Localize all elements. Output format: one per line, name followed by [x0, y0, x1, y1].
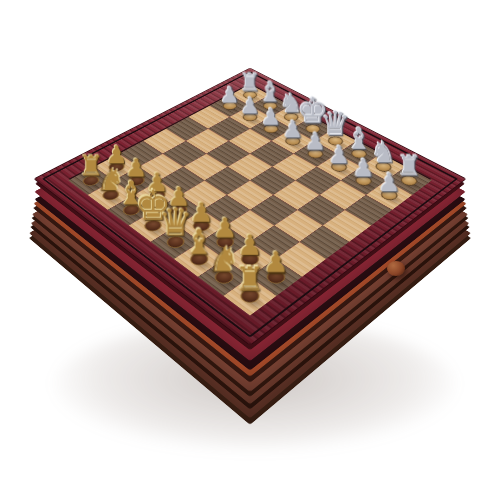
- chess-set-photo: ♜♝♞♚♛♝♞♜♟♟♟♟♟♟♟♟♟♟♟♟♟♟♟♟♜♞♝♚♛♝♞♜: [0, 0, 500, 500]
- drawer-knob[interactable]: [387, 261, 405, 276]
- piece-glyph-P: ♟: [358, 169, 420, 195]
- board-top: ♜♝♞♚♛♝♞♜♟♟♟♟♟♟♟♟♟♟♟♟♟♟♟♟♜♞♝♚♛♝♞♜: [33, 68, 466, 346]
- piece-glyph-R: ♜: [215, 263, 286, 296]
